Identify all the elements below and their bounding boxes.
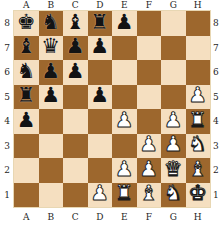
black-pawn-piece[interactable]: ♟ bbox=[66, 61, 85, 82]
rank-label-7: 7 bbox=[212, 36, 220, 61]
file-label-f: F bbox=[137, 0, 162, 10]
square-f5[interactable] bbox=[137, 85, 162, 110]
square-d3[interactable] bbox=[88, 134, 113, 159]
square-d8[interactable]: ♜ bbox=[88, 11, 113, 36]
rank-label-1: 1 bbox=[0, 183, 11, 208]
square-h5[interactable]: ♟ bbox=[186, 85, 211, 110]
rank-label-4: 4 bbox=[212, 109, 220, 134]
square-d5[interactable]: ♟ bbox=[88, 85, 113, 110]
file-label-g: G bbox=[161, 211, 186, 224]
square-c2[interactable] bbox=[63, 158, 88, 183]
white-bishop-piece[interactable]: ♝ bbox=[188, 159, 207, 180]
rank-label-2: 2 bbox=[0, 158, 11, 183]
rank-labels-right: 87654321 bbox=[212, 11, 220, 207]
square-g2[interactable]: ♛ bbox=[161, 158, 186, 183]
square-a6[interactable]: ♞ bbox=[14, 60, 39, 85]
file-label-d: D bbox=[88, 211, 113, 224]
black-knight-piece[interactable]: ♞ bbox=[17, 61, 36, 82]
file-label-d: D bbox=[88, 0, 113, 10]
square-g7[interactable] bbox=[161, 36, 186, 61]
rank-label-3: 3 bbox=[0, 134, 11, 159]
black-pawn-piece[interactable]: ♟ bbox=[41, 61, 60, 82]
square-h6[interactable] bbox=[186, 60, 211, 85]
white-pawn-piece[interactable]: ♟ bbox=[139, 159, 158, 180]
white-pawn-piece[interactable]: ♟ bbox=[164, 134, 183, 155]
square-g3[interactable]: ♟ bbox=[161, 134, 186, 159]
black-queen-piece[interactable]: ♛ bbox=[41, 36, 60, 57]
file-labels-bottom: ABCDEFGH bbox=[14, 211, 210, 224]
rank-label-5: 5 bbox=[0, 85, 11, 110]
square-f1[interactable]: ♝ bbox=[137, 183, 162, 208]
file-label-a: A bbox=[14, 211, 39, 224]
square-f3[interactable]: ♟ bbox=[137, 134, 162, 159]
white-queen-piece[interactable]: ♛ bbox=[164, 159, 183, 180]
square-b5[interactable]: ♟ bbox=[39, 85, 64, 110]
square-b2[interactable] bbox=[39, 158, 64, 183]
square-a2[interactable] bbox=[14, 158, 39, 183]
square-b8[interactable]: ♞ bbox=[39, 11, 64, 36]
square-a4[interactable]: ♟ bbox=[14, 109, 39, 134]
square-e3[interactable] bbox=[112, 134, 137, 159]
rank-label-8: 8 bbox=[212, 11, 220, 36]
square-c8[interactable]: ♝ bbox=[63, 11, 88, 36]
white-pawn-piece[interactable]: ♟ bbox=[90, 183, 109, 204]
square-g6[interactable] bbox=[161, 60, 186, 85]
square-b7[interactable]: ♛ bbox=[39, 36, 64, 61]
rank-label-2: 2 bbox=[212, 158, 220, 183]
white-pawn-piece[interactable]: ♟ bbox=[139, 134, 158, 155]
square-a5[interactable]: ♜ bbox=[14, 85, 39, 110]
white-pawn-piece[interactable]: ♟ bbox=[164, 110, 183, 131]
file-label-e: E bbox=[112, 0, 137, 10]
file-label-c: C bbox=[63, 0, 88, 10]
chess-diagram: ABCDEFGH 87654321 ♚♞♝♜♟♝♛♟♟♞♟♟♜♟♟♟♟♟♟♜♟♟… bbox=[0, 0, 220, 227]
black-rook-piece[interactable]: ♜ bbox=[17, 85, 36, 106]
square-d4[interactable] bbox=[88, 109, 113, 134]
square-g5[interactable] bbox=[161, 85, 186, 110]
square-b1[interactable] bbox=[39, 183, 64, 208]
black-rook-piece[interactable]: ♜ bbox=[90, 12, 109, 33]
square-c1[interactable] bbox=[63, 183, 88, 208]
square-a8[interactable]: ♚ bbox=[14, 11, 39, 36]
black-pawn-piece[interactable]: ♟ bbox=[90, 36, 109, 57]
square-h7[interactable] bbox=[186, 36, 211, 61]
square-f7[interactable] bbox=[137, 36, 162, 61]
square-f4[interactable] bbox=[137, 109, 162, 134]
chess-board: ♚♞♝♜♟♝♛♟♟♞♟♟♜♟♟♟♟♟♟♜♟♟♞♟♟♛♝♟♜♝♞♚ bbox=[13, 10, 211, 208]
square-c5[interactable] bbox=[63, 85, 88, 110]
file-label-c: C bbox=[63, 211, 88, 224]
file-label-h: H bbox=[186, 211, 211, 224]
rank-label-6: 6 bbox=[0, 60, 11, 85]
black-pawn-piece[interactable]: ♟ bbox=[41, 85, 60, 106]
white-pawn-piece[interactable]: ♟ bbox=[115, 110, 134, 131]
rank-label-6: 6 bbox=[212, 60, 220, 85]
square-c7[interactable]: ♟ bbox=[63, 36, 88, 61]
square-e6[interactable] bbox=[112, 60, 137, 85]
square-a7[interactable]: ♝ bbox=[14, 36, 39, 61]
file-label-b: B bbox=[39, 0, 64, 10]
black-knight-piece[interactable]: ♞ bbox=[41, 12, 60, 33]
file-label-g: G bbox=[161, 0, 186, 10]
rank-label-7: 7 bbox=[0, 36, 11, 61]
white-knight-piece[interactable]: ♞ bbox=[188, 134, 207, 155]
square-f6[interactable] bbox=[137, 60, 162, 85]
square-g1[interactable]: ♞ bbox=[161, 183, 186, 208]
white-rook-piece[interactable]: ♜ bbox=[188, 110, 207, 131]
square-d7[interactable]: ♟ bbox=[88, 36, 113, 61]
black-pawn-piece[interactable]: ♟ bbox=[17, 110, 36, 131]
file-label-b: B bbox=[39, 211, 64, 224]
square-g4[interactable]: ♟ bbox=[161, 109, 186, 134]
file-label-h: H bbox=[186, 0, 211, 10]
black-pawn-piece[interactable]: ♟ bbox=[66, 36, 85, 57]
square-f2[interactable]: ♟ bbox=[137, 158, 162, 183]
white-rook-piece[interactable]: ♜ bbox=[115, 183, 134, 204]
square-h4[interactable]: ♜ bbox=[186, 109, 211, 134]
square-a3[interactable] bbox=[14, 134, 39, 159]
square-h2[interactable]: ♝ bbox=[186, 158, 211, 183]
white-bishop-piece[interactable]: ♝ bbox=[139, 183, 158, 204]
file-label-e: E bbox=[112, 211, 137, 224]
square-h3[interactable]: ♞ bbox=[186, 134, 211, 159]
square-c4[interactable] bbox=[63, 109, 88, 134]
square-b3[interactable] bbox=[39, 134, 64, 159]
white-pawn-piece[interactable]: ♟ bbox=[188, 85, 207, 106]
white-pawn-piece[interactable]: ♟ bbox=[115, 159, 134, 180]
rank-label-3: 3 bbox=[212, 134, 220, 159]
rank-label-5: 5 bbox=[212, 85, 220, 110]
black-pawn-piece[interactable]: ♟ bbox=[90, 85, 109, 106]
square-e8[interactable]: ♟ bbox=[112, 11, 137, 36]
white-king-piece[interactable]: ♚ bbox=[188, 183, 207, 204]
square-e4[interactable]: ♟ bbox=[112, 109, 137, 134]
square-h1[interactable]: ♚ bbox=[186, 183, 211, 208]
white-knight-piece[interactable]: ♞ bbox=[164, 183, 183, 204]
rank-label-8: 8 bbox=[0, 11, 11, 36]
file-label-f: F bbox=[137, 211, 162, 224]
square-e2[interactable]: ♟ bbox=[112, 158, 137, 183]
black-king-piece[interactable]: ♚ bbox=[17, 12, 36, 33]
square-d1[interactable]: ♟ bbox=[88, 183, 113, 208]
file-labels-top: ABCDEFGH bbox=[14, 0, 210, 10]
rank-labels-left: 87654321 bbox=[0, 11, 11, 207]
square-f8[interactable] bbox=[137, 11, 162, 36]
square-c6[interactable]: ♟ bbox=[63, 60, 88, 85]
square-e5[interactable] bbox=[112, 85, 137, 110]
square-e1[interactable]: ♜ bbox=[112, 183, 137, 208]
square-d2[interactable] bbox=[88, 158, 113, 183]
square-h8[interactable] bbox=[186, 11, 211, 36]
black-bishop-piece[interactable]: ♝ bbox=[17, 36, 36, 57]
file-label-a: A bbox=[14, 0, 39, 10]
rank-label-1: 1 bbox=[212, 183, 220, 208]
square-c3[interactable] bbox=[63, 134, 88, 159]
black-pawn-piece[interactable]: ♟ bbox=[115, 12, 134, 33]
square-a1[interactable] bbox=[14, 183, 39, 208]
black-bishop-piece[interactable]: ♝ bbox=[66, 12, 85, 33]
square-b6[interactable]: ♟ bbox=[39, 60, 64, 85]
square-e7[interactable] bbox=[112, 36, 137, 61]
rank-label-4: 4 bbox=[0, 109, 11, 134]
square-b4[interactable] bbox=[39, 109, 64, 134]
square-g8[interactable] bbox=[161, 11, 186, 36]
square-d6[interactable] bbox=[88, 60, 113, 85]
